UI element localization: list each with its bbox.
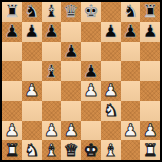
square-f6[interactable]	[101, 42, 121, 62]
square-h7[interactable]: ♟	[140, 22, 160, 42]
square-h6[interactable]	[140, 42, 160, 62]
square-d6[interactable]: ♟	[61, 42, 81, 62]
piece-black-queen[interactable]: ♛	[64, 3, 79, 20]
piece-white-pawn[interactable]: ♟	[64, 121, 79, 138]
square-c4[interactable]	[42, 81, 62, 101]
square-d7[interactable]	[61, 22, 81, 42]
square-a4[interactable]	[2, 81, 22, 101]
square-e3[interactable]	[81, 101, 101, 121]
square-b6[interactable]	[22, 42, 42, 62]
piece-black-rook[interactable]: ♜	[143, 3, 158, 20]
piece-black-pawn[interactable]: ♟	[24, 23, 39, 40]
square-f3[interactable]: ♞	[101, 101, 121, 121]
piece-black-bishop[interactable]: ♝	[44, 3, 59, 20]
piece-white-bishop[interactable]: ♝	[44, 141, 59, 158]
square-e2[interactable]	[81, 121, 101, 141]
chess-board: ♜♞♝♛♚♞♜♟♟♟♟♟♟♟♝♟♟♟♟♞♟♟♟♟♟♜♞♝♛♚♝♜	[2, 2, 160, 160]
piece-white-pawn[interactable]: ♟	[4, 121, 19, 138]
piece-white-knight[interactable]: ♞	[103, 102, 118, 119]
square-h8[interactable]: ♜	[140, 2, 160, 22]
square-c2[interactable]: ♟	[42, 121, 62, 141]
square-a2[interactable]: ♟	[2, 121, 22, 141]
piece-black-knight[interactable]: ♞	[24, 3, 39, 20]
square-a1[interactable]: ♜	[2, 140, 22, 160]
square-f2[interactable]	[101, 121, 121, 141]
square-g5[interactable]	[121, 61, 141, 81]
square-h4[interactable]	[140, 81, 160, 101]
square-e4[interactable]: ♟	[81, 81, 101, 101]
piece-black-pawn[interactable]: ♟	[64, 42, 79, 59]
piece-white-pawn[interactable]: ♟	[44, 121, 59, 138]
square-e5[interactable]: ♟	[81, 61, 101, 81]
square-f7[interactable]: ♟	[101, 22, 121, 42]
square-e1[interactable]: ♚	[81, 140, 101, 160]
square-d2[interactable]: ♟	[61, 121, 81, 141]
piece-white-pawn[interactable]: ♟	[143, 121, 158, 138]
square-e7[interactable]	[81, 22, 101, 42]
square-b2[interactable]	[22, 121, 42, 141]
square-a8[interactable]: ♜	[2, 2, 22, 22]
piece-black-pawn[interactable]: ♟	[103, 23, 118, 40]
square-d5[interactable]	[61, 61, 81, 81]
piece-black-rook[interactable]: ♜	[4, 3, 19, 20]
square-c6[interactable]	[42, 42, 62, 62]
square-g4[interactable]	[121, 81, 141, 101]
square-f1[interactable]: ♝	[101, 140, 121, 160]
piece-black-pawn[interactable]: ♟	[83, 62, 98, 79]
square-f5[interactable]	[101, 61, 121, 81]
square-a6[interactable]	[2, 42, 22, 62]
square-d4[interactable]	[61, 81, 81, 101]
square-g8[interactable]: ♞	[121, 2, 141, 22]
chess-board-frame: ♜♞♝♛♚♞♜♟♟♟♟♟♟♟♝♟♟♟♟♞♟♟♟♟♟♜♞♝♛♚♝♜	[0, 0, 162, 162]
piece-white-pawn[interactable]: ♟	[24, 82, 39, 99]
square-a3[interactable]	[2, 101, 22, 121]
piece-white-queen[interactable]: ♛	[64, 141, 79, 158]
square-c7[interactable]: ♟	[42, 22, 62, 42]
piece-black-bishop[interactable]: ♝	[44, 62, 59, 79]
square-g3[interactable]	[121, 101, 141, 121]
square-b4[interactable]: ♟	[22, 81, 42, 101]
square-b7[interactable]: ♟	[22, 22, 42, 42]
square-h2[interactable]: ♟	[140, 121, 160, 141]
piece-black-knight[interactable]: ♞	[123, 3, 138, 20]
square-f4[interactable]: ♟	[101, 81, 121, 101]
piece-white-pawn[interactable]: ♟	[83, 82, 98, 99]
square-g2[interactable]: ♟	[121, 121, 141, 141]
square-c1[interactable]: ♝	[42, 140, 62, 160]
square-c8[interactable]: ♝	[42, 2, 62, 22]
piece-black-pawn[interactable]: ♟	[123, 23, 138, 40]
piece-white-bishop[interactable]: ♝	[103, 141, 118, 158]
square-g7[interactable]: ♟	[121, 22, 141, 42]
square-b3[interactable]	[22, 101, 42, 121]
square-b1[interactable]: ♞	[22, 140, 42, 160]
piece-black-pawn[interactable]: ♟	[143, 23, 158, 40]
square-d1[interactable]: ♛	[61, 140, 81, 160]
square-b5[interactable]	[22, 61, 42, 81]
square-a5[interactable]	[2, 61, 22, 81]
piece-black-pawn[interactable]: ♟	[4, 23, 19, 40]
piece-white-knight[interactable]: ♞	[24, 141, 39, 158]
square-d8[interactable]: ♛	[61, 2, 81, 22]
piece-black-pawn[interactable]: ♟	[44, 23, 59, 40]
piece-white-pawn[interactable]: ♟	[103, 82, 118, 99]
piece-white-rook[interactable]: ♜	[4, 141, 19, 158]
piece-white-pawn[interactable]: ♟	[123, 121, 138, 138]
square-h3[interactable]	[140, 101, 160, 121]
square-e6[interactable]	[81, 42, 101, 62]
square-g6[interactable]	[121, 42, 141, 62]
square-e8[interactable]: ♚	[81, 2, 101, 22]
piece-white-rook[interactable]: ♜	[143, 141, 158, 158]
square-c3[interactable]	[42, 101, 62, 121]
square-g1[interactable]	[121, 140, 141, 160]
piece-black-king[interactable]: ♚	[83, 3, 98, 20]
piece-white-king[interactable]: ♚	[83, 141, 98, 158]
square-b8[interactable]: ♞	[22, 2, 42, 22]
square-h1[interactable]: ♜	[140, 140, 160, 160]
square-a7[interactable]: ♟	[2, 22, 22, 42]
square-c5[interactable]: ♝	[42, 61, 62, 81]
square-f8[interactable]	[101, 2, 121, 22]
square-h5[interactable]	[140, 61, 160, 81]
square-d3[interactable]	[61, 101, 81, 121]
